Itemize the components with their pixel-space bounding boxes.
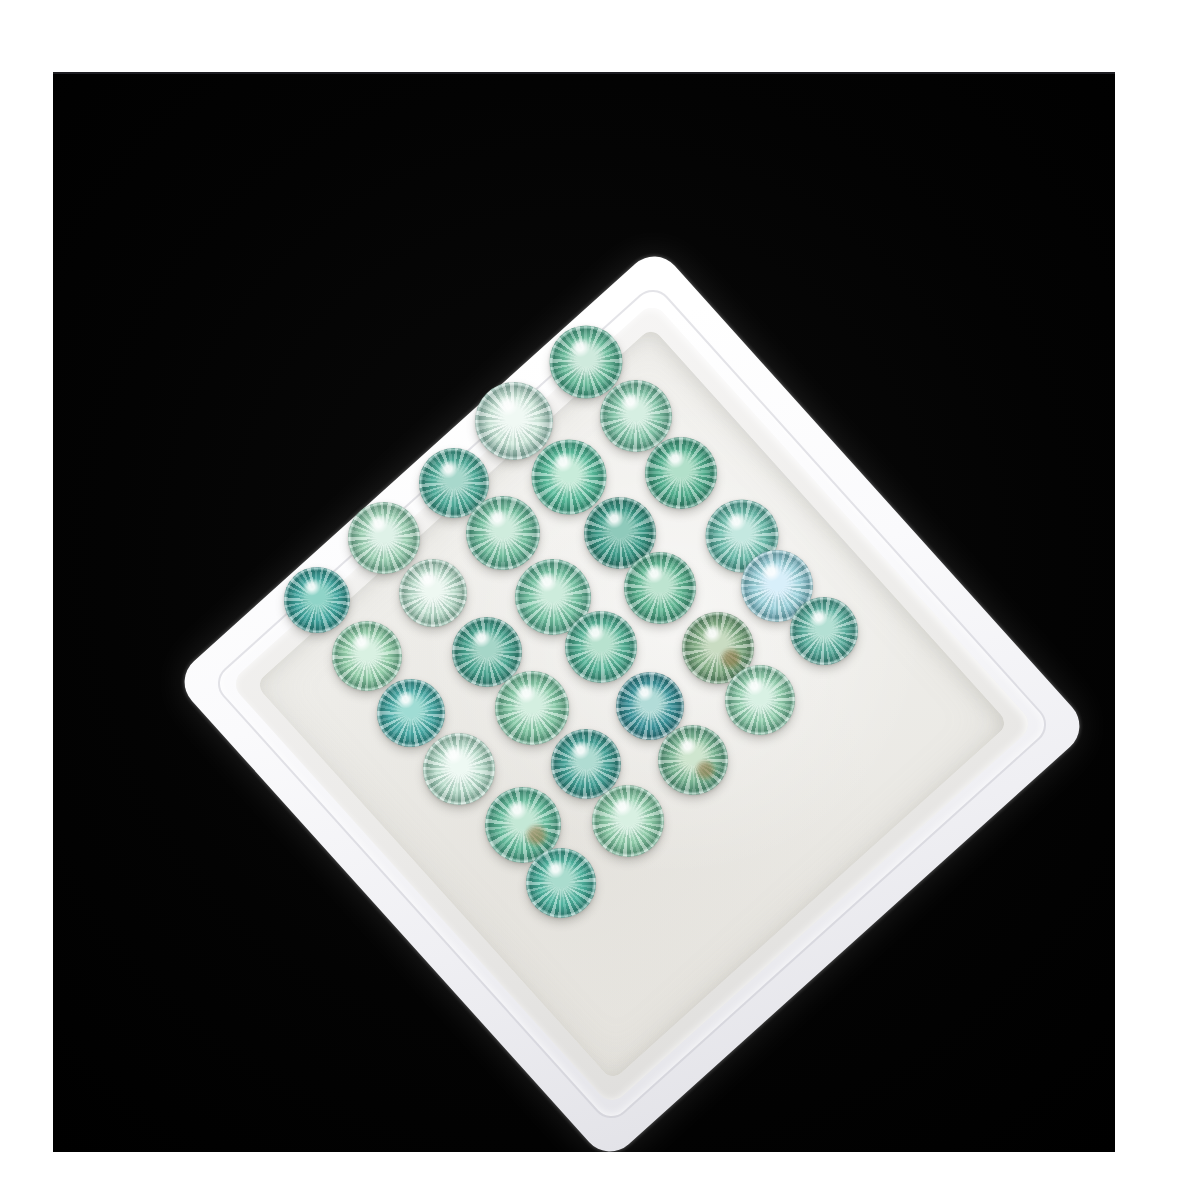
gem-19 bbox=[565, 611, 637, 683]
gem-25 bbox=[423, 733, 495, 805]
gem-14 bbox=[624, 552, 696, 624]
gem-11 bbox=[284, 567, 350, 633]
gem-17 bbox=[332, 621, 402, 691]
gem-27 bbox=[658, 725, 728, 795]
gem-6 bbox=[645, 437, 717, 509]
gem-grid bbox=[0, 0, 1200, 1200]
gem-1 bbox=[550, 326, 623, 399]
gem-5 bbox=[532, 440, 607, 515]
gem-16 bbox=[790, 597, 858, 665]
gem-2 bbox=[475, 382, 553, 460]
gem-8 bbox=[466, 496, 540, 570]
gem-30 bbox=[526, 848, 596, 918]
gem-12 bbox=[399, 559, 467, 627]
gem-21 bbox=[377, 679, 445, 747]
gem-inclusion bbox=[523, 823, 550, 847]
gem-24 bbox=[725, 665, 795, 735]
gem-29 bbox=[592, 785, 664, 857]
gem-inclusion bbox=[693, 759, 718, 781]
photo-page bbox=[0, 0, 1200, 1200]
gem-7 bbox=[348, 502, 420, 574]
gem-22 bbox=[495, 671, 569, 745]
gem-3 bbox=[600, 380, 672, 452]
gem-inclusion bbox=[718, 647, 744, 670]
